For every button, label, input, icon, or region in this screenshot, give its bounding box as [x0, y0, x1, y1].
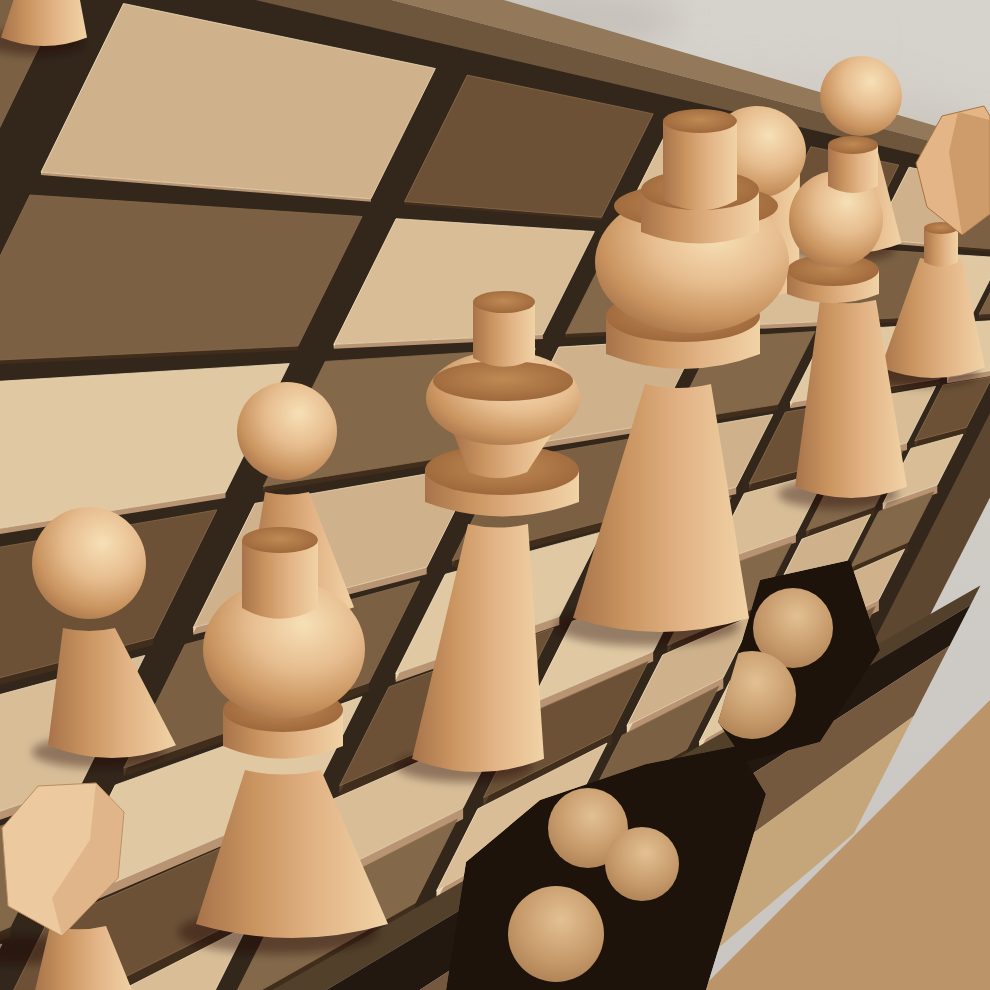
stored-piece-top[interactable] [605, 827, 679, 901]
chess-photo-scene: Handcrafted wooden chess set photographe… [0, 0, 990, 990]
scene-canvas: Handcrafted wooden chess set photographe… [0, 0, 990, 990]
stored-piece-top[interactable] [508, 886, 604, 982]
pawn-piece[interactable]: ♙ pawn, partly out of frame (a8) [0, 0, 87, 55]
